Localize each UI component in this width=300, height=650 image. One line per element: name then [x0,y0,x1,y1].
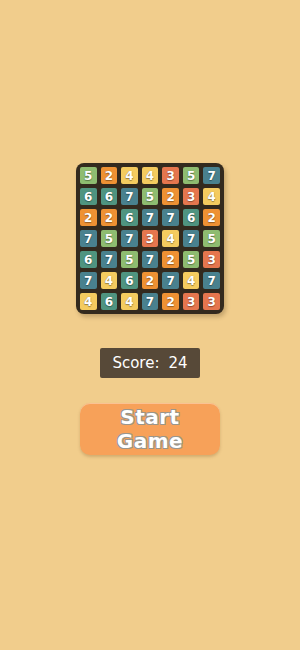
tile-r3c6[interactable]: 6 [183,209,200,226]
game-screen: 5244357667523422677627573475675725374627… [0,0,300,650]
score-value: 24 [168,354,187,372]
tile-r4c1[interactable]: 7 [80,230,97,247]
tile-r7c5[interactable]: 2 [162,293,179,310]
tile-r1c5[interactable]: 3 [162,167,179,184]
tile-r4c4[interactable]: 3 [142,230,159,247]
tile-r5c4[interactable]: 7 [142,251,159,268]
tile-r4c2[interactable]: 5 [101,230,118,247]
tile-r1c6[interactable]: 5 [183,167,200,184]
tile-r4c6[interactable]: 7 [183,230,200,247]
tile-r1c2[interactable]: 2 [101,167,118,184]
score-label: Score: [112,354,159,372]
tile-r7c7[interactable]: 3 [203,293,220,310]
score-panel: Score: 24 [100,348,200,378]
tile-r1c1[interactable]: 5 [80,167,97,184]
tile-r4c7[interactable]: 5 [203,230,220,247]
tile-r2c2[interactable]: 6 [101,188,118,205]
tile-r5c7[interactable]: 3 [203,251,220,268]
tile-r2c6[interactable]: 3 [183,188,200,205]
tile-r4c5[interactable]: 4 [162,230,179,247]
tile-r5c3[interactable]: 5 [121,251,138,268]
tile-r3c4[interactable]: 7 [142,209,159,226]
tile-r2c7[interactable]: 4 [203,188,220,205]
tile-r1c3[interactable]: 4 [121,167,138,184]
tile-r6c5[interactable]: 7 [162,272,179,289]
tile-r3c1[interactable]: 2 [80,209,97,226]
tile-r4c3[interactable]: 7 [121,230,138,247]
tile-r5c2[interactable]: 7 [101,251,118,268]
puzzle-board: 5244357667523422677627573475675725374627… [76,163,224,314]
tile-r5c1[interactable]: 6 [80,251,97,268]
tile-r1c7[interactable]: 7 [203,167,220,184]
tile-r2c1[interactable]: 6 [80,188,97,205]
tile-r6c1[interactable]: 7 [80,272,97,289]
tile-r6c4[interactable]: 2 [142,272,159,289]
tile-r7c1[interactable]: 4 [80,293,97,310]
tile-r5c5[interactable]: 2 [162,251,179,268]
tile-r6c7[interactable]: 7 [203,272,220,289]
tile-r7c4[interactable]: 7 [142,293,159,310]
tile-r7c2[interactable]: 6 [101,293,118,310]
tile-r2c4[interactable]: 5 [142,188,159,205]
tile-r6c6[interactable]: 4 [183,272,200,289]
tile-r6c2[interactable]: 4 [101,272,118,289]
tile-r3c2[interactable]: 2 [101,209,118,226]
tile-r6c3[interactable]: 6 [121,272,138,289]
tile-r3c7[interactable]: 2 [203,209,220,226]
tile-r7c6[interactable]: 3 [183,293,200,310]
tile-r3c5[interactable]: 7 [162,209,179,226]
tile-r5c6[interactable]: 5 [183,251,200,268]
tile-r7c3[interactable]: 4 [121,293,138,310]
start-game-button[interactable]: Start Game [80,403,220,455]
tile-r3c3[interactable]: 6 [121,209,138,226]
tile-r2c3[interactable]: 7 [121,188,138,205]
tile-r1c4[interactable]: 4 [142,167,159,184]
tile-r2c5[interactable]: 2 [162,188,179,205]
